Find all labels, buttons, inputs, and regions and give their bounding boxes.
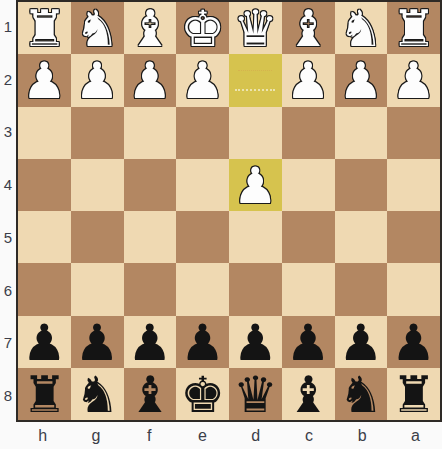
square-e8[interactable]: ♚: [176, 368, 229, 420]
file-label-a: a: [389, 422, 442, 449]
black-queen-d8[interactable]: ♛: [233, 370, 278, 420]
black-pawn-e7[interactable]: ♟: [180, 318, 225, 368]
square-a2[interactable]: ♟: [387, 54, 440, 106]
black-rook-h8[interactable]: ♜: [22, 370, 67, 420]
black-knight-b8[interactable]: ♞: [338, 370, 383, 420]
square-d2[interactable]: [229, 54, 282, 106]
white-pawn-a2[interactable]: ♟: [391, 56, 436, 106]
square-h7[interactable]: ♟: [18, 316, 71, 368]
rank-label-7: 7: [0, 317, 16, 370]
square-a5[interactable]: [387, 211, 440, 263]
square-c5[interactable]: [282, 211, 335, 263]
square-a7[interactable]: ♟: [387, 316, 440, 368]
chess-app: 12345678 ♜♞♝♚♛♝♞♜♟♟♟♟♟♟♟♟♟♟♟♟♟♟♟♟♜♞♝♚♛♝♞…: [0, 0, 442, 449]
square-d5[interactable]: [229, 211, 282, 263]
rank-label-3: 3: [0, 106, 16, 159]
white-pawn-h2[interactable]: ♟: [22, 56, 67, 106]
square-e1[interactable]: ♚: [176, 2, 229, 54]
square-b7[interactable]: ♟: [335, 316, 388, 368]
black-pawn-d7[interactable]: ♟: [233, 318, 278, 368]
black-rook-a8[interactable]: ♜: [391, 370, 436, 420]
white-rook-h1[interactable]: ♜: [22, 4, 67, 54]
square-h6[interactable]: [18, 263, 71, 315]
square-b1[interactable]: ♞: [335, 2, 388, 54]
square-e5[interactable]: [176, 211, 229, 263]
square-c8[interactable]: ♝: [282, 368, 335, 420]
file-label-f: f: [123, 422, 176, 449]
square-g3[interactable]: [71, 107, 124, 159]
square-c3[interactable]: [282, 107, 335, 159]
square-a3[interactable]: [387, 107, 440, 159]
square-f2[interactable]: ♟: [124, 54, 177, 106]
square-f5[interactable]: [124, 211, 177, 263]
square-h5[interactable]: [18, 211, 71, 263]
square-f8[interactable]: ♝: [124, 368, 177, 420]
square-b3[interactable]: [335, 107, 388, 159]
file-label-e: e: [176, 422, 229, 449]
rank-label-8: 8: [0, 369, 16, 422]
white-queen-d1[interactable]: ♛: [233, 4, 278, 54]
square-c4[interactable]: [282, 159, 335, 211]
rank-label-4: 4: [0, 158, 16, 211]
move-origin-dots-faint: [238, 70, 272, 71]
square-g4[interactable]: [71, 159, 124, 211]
black-pawn-g7[interactable]: ♟: [75, 318, 120, 368]
file-label-d: d: [229, 422, 282, 449]
square-h1[interactable]: ♜: [18, 2, 71, 54]
rank-labels: 12345678: [0, 0, 16, 422]
file-label-g: g: [69, 422, 122, 449]
black-pawn-b7[interactable]: ♟: [338, 318, 383, 368]
chess-board: ♜♞♝♚♛♝♞♜♟♟♟♟♟♟♟♟♟♟♟♟♟♟♟♟♜♞♝♚♛♝♞♜: [16, 0, 442, 422]
black-bishop-f8[interactable]: ♝: [127, 370, 172, 420]
black-knight-g8[interactable]: ♞: [75, 370, 120, 420]
white-pawn-f2[interactable]: ♟: [127, 56, 172, 106]
white-knight-g1[interactable]: ♞: [75, 4, 120, 54]
square-g5[interactable]: [71, 211, 124, 263]
square-b4[interactable]: [335, 159, 388, 211]
square-b8[interactable]: ♞: [335, 368, 388, 420]
black-pawn-h7[interactable]: ♟: [22, 318, 67, 368]
white-pawn-b2[interactable]: ♟: [338, 56, 383, 106]
square-e6[interactable]: [176, 263, 229, 315]
square-a6[interactable]: [387, 263, 440, 315]
rank-label-1: 1: [0, 0, 16, 53]
square-d7[interactable]: ♟: [229, 316, 282, 368]
square-h2[interactable]: ♟: [18, 54, 71, 106]
square-g1[interactable]: ♞: [71, 2, 124, 54]
square-c1[interactable]: ♝: [282, 2, 335, 54]
square-d8[interactable]: ♛: [229, 368, 282, 420]
square-h8[interactable]: ♜: [18, 368, 71, 420]
square-f7[interactable]: ♟: [124, 316, 177, 368]
rank-label-5: 5: [0, 211, 16, 264]
square-f4[interactable]: [124, 159, 177, 211]
white-pawn-g2[interactable]: ♟: [75, 56, 120, 106]
file-label-c: c: [282, 422, 335, 449]
square-e2[interactable]: ♟: [176, 54, 229, 106]
square-e7[interactable]: ♟: [176, 316, 229, 368]
white-pawn-e2[interactable]: ♟: [180, 56, 225, 106]
square-g7[interactable]: ♟: [71, 316, 124, 368]
square-a4[interactable]: [387, 159, 440, 211]
file-labels: hgfedcba: [16, 422, 442, 449]
square-c2[interactable]: ♟: [282, 54, 335, 106]
white-pawn-d4[interactable]: ♟: [233, 161, 278, 211]
square-h4[interactable]: [18, 159, 71, 211]
square-a1[interactable]: ♜: [387, 2, 440, 54]
square-b5[interactable]: [335, 211, 388, 263]
move-origin-dots: [235, 89, 275, 91]
square-b2[interactable]: ♟: [335, 54, 388, 106]
white-pawn-c2[interactable]: ♟: [286, 56, 331, 106]
square-a8[interactable]: ♜: [387, 368, 440, 420]
square-f3[interactable]: [124, 107, 177, 159]
black-pawn-a7[interactable]: ♟: [391, 318, 436, 368]
white-bishop-f1[interactable]: ♝: [127, 4, 172, 54]
black-pawn-c7[interactable]: ♟: [286, 318, 331, 368]
square-c7[interactable]: ♟: [282, 316, 335, 368]
square-b6[interactable]: [335, 263, 388, 315]
square-d3[interactable]: [229, 107, 282, 159]
square-e3[interactable]: [176, 107, 229, 159]
black-bishop-c8[interactable]: ♝: [286, 370, 331, 420]
square-d6[interactable]: [229, 263, 282, 315]
file-label-h: h: [16, 422, 69, 449]
black-king-e8[interactable]: ♚: [180, 370, 225, 420]
square-d1[interactable]: ♛: [229, 2, 282, 54]
square-f6[interactable]: [124, 263, 177, 315]
square-g6[interactable]: [71, 263, 124, 315]
black-pawn-f7[interactable]: ♟: [127, 318, 172, 368]
square-g2[interactable]: ♟: [71, 54, 124, 106]
white-bishop-c1[interactable]: ♝: [286, 4, 331, 54]
white-rook-a1[interactable]: ♜: [391, 4, 436, 54]
file-label-b: b: [336, 422, 389, 449]
white-knight-b1[interactable]: ♞: [338, 4, 383, 54]
square-d4[interactable]: ♟: [229, 159, 282, 211]
square-f1[interactable]: ♝: [124, 2, 177, 54]
square-g8[interactable]: ♞: [71, 368, 124, 420]
white-king-e1[interactable]: ♚: [180, 4, 225, 54]
rank-label-6: 6: [0, 264, 16, 317]
square-e4[interactable]: [176, 159, 229, 211]
square-h3[interactable]: [18, 107, 71, 159]
rank-label-2: 2: [0, 53, 16, 106]
square-c6[interactable]: [282, 263, 335, 315]
